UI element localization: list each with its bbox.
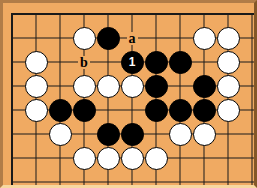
board-point <box>240 170 257 188</box>
white-stone <box>97 75 120 98</box>
board-point <box>96 2 120 26</box>
board-point: 1 <box>120 50 144 74</box>
board-point <box>24 122 48 146</box>
board-point <box>24 26 48 50</box>
white-stone <box>73 147 96 170</box>
board-point <box>0 50 24 74</box>
board-point <box>0 146 24 170</box>
board-point <box>120 98 144 122</box>
black-stone <box>97 123 120 146</box>
board-point <box>48 26 72 50</box>
board-point <box>168 2 192 26</box>
board-point <box>144 98 168 122</box>
board-point <box>192 2 216 26</box>
black-stone <box>193 75 216 98</box>
board-point <box>120 122 144 146</box>
board-point <box>168 146 192 170</box>
board-point <box>144 50 168 74</box>
board-point <box>144 74 168 98</box>
white-stone <box>145 147 168 170</box>
board-point <box>0 74 24 98</box>
board-point <box>72 98 96 122</box>
board-point <box>240 2 257 26</box>
black-stone <box>193 99 216 122</box>
white-stone <box>217 51 240 74</box>
board-point <box>168 26 192 50</box>
board-point <box>48 146 72 170</box>
board-point <box>216 146 240 170</box>
board-point <box>24 50 48 74</box>
board-point <box>168 74 192 98</box>
point-label-a: a <box>127 32 138 45</box>
board-point <box>240 146 257 170</box>
black-stone-move-1: 1 <box>121 51 144 74</box>
board-point <box>216 2 240 26</box>
board-point <box>96 146 120 170</box>
board-point <box>0 2 24 26</box>
board-point <box>144 122 168 146</box>
board-point <box>72 122 96 146</box>
board-point <box>240 50 257 74</box>
board-point <box>192 74 216 98</box>
board-point <box>216 170 240 188</box>
white-stone <box>193 123 216 146</box>
board-point <box>168 170 192 188</box>
black-stone <box>145 75 168 98</box>
board-point <box>240 74 257 98</box>
go-grid: ab1 <box>0 2 257 188</box>
white-stone <box>217 27 240 50</box>
board-point <box>240 122 257 146</box>
white-stone <box>97 147 120 170</box>
white-stone <box>121 75 144 98</box>
point-label-b: b <box>78 56 90 69</box>
black-stone <box>49 99 72 122</box>
board-point <box>144 146 168 170</box>
board-point <box>96 26 120 50</box>
board-point <box>48 2 72 26</box>
white-stone <box>73 27 96 50</box>
black-stone <box>97 27 120 50</box>
white-stone <box>25 99 48 122</box>
board-point: a <box>120 26 144 50</box>
board-point <box>72 26 96 50</box>
board-point <box>24 74 48 98</box>
board-point <box>240 26 257 50</box>
board-point <box>0 26 24 50</box>
board-point <box>240 98 257 122</box>
board-point <box>144 26 168 50</box>
board-point <box>168 50 192 74</box>
board-point <box>0 98 24 122</box>
board-point <box>48 98 72 122</box>
white-stone <box>25 75 48 98</box>
white-stone <box>193 27 216 50</box>
board-point <box>144 2 168 26</box>
board-point <box>72 2 96 26</box>
board-point <box>192 26 216 50</box>
board-point <box>96 74 120 98</box>
white-stone <box>217 75 240 98</box>
board-point <box>96 122 120 146</box>
board-point <box>96 98 120 122</box>
board-point <box>0 122 24 146</box>
board-point <box>120 2 144 26</box>
white-stone <box>25 51 48 74</box>
board-point <box>120 170 144 188</box>
board-point <box>216 98 240 122</box>
board-point <box>48 170 72 188</box>
white-stone <box>73 75 96 98</box>
white-stone <box>121 147 144 170</box>
board-point: b <box>72 50 96 74</box>
board-point <box>192 98 216 122</box>
board-point <box>96 50 120 74</box>
board-point <box>144 170 168 188</box>
board-point <box>48 74 72 98</box>
board-point <box>72 170 96 188</box>
black-stone <box>121 123 144 146</box>
board-point <box>216 122 240 146</box>
board-point <box>168 122 192 146</box>
board-point <box>192 170 216 188</box>
board-point <box>192 122 216 146</box>
black-stone <box>169 99 192 122</box>
board-point <box>24 170 48 188</box>
board-point <box>120 74 144 98</box>
white-stone <box>169 123 192 146</box>
board-point <box>72 74 96 98</box>
board-point <box>192 146 216 170</box>
black-stone <box>145 51 168 74</box>
go-board: ab1 <box>0 0 257 188</box>
white-stone <box>217 99 240 122</box>
board-point <box>216 74 240 98</box>
board-point <box>216 26 240 50</box>
board-point <box>0 170 24 188</box>
board-point <box>24 146 48 170</box>
black-stone <box>169 51 192 74</box>
board-point <box>168 98 192 122</box>
white-stone <box>49 123 72 146</box>
black-stone <box>145 99 168 122</box>
board-point <box>216 50 240 74</box>
black-stone <box>73 99 96 122</box>
board-point <box>72 146 96 170</box>
board-point <box>192 50 216 74</box>
board-point <box>48 122 72 146</box>
board-point <box>120 146 144 170</box>
board-point <box>24 2 48 26</box>
board-point <box>96 170 120 188</box>
board-point <box>48 50 72 74</box>
board-point <box>24 98 48 122</box>
